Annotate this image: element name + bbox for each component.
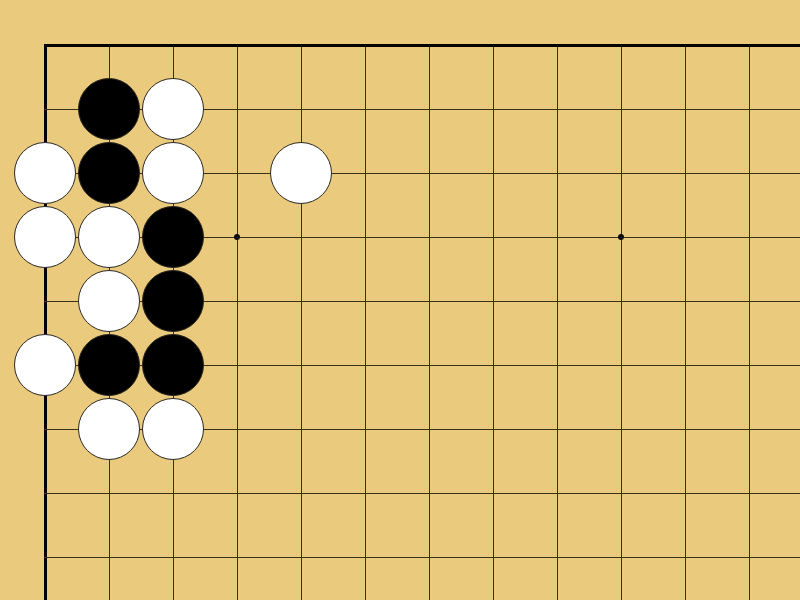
board-intersections bbox=[13, 13, 781, 589]
board-point[interactable] bbox=[141, 397, 205, 461]
board-point[interactable] bbox=[589, 525, 653, 589]
board-point[interactable] bbox=[141, 525, 205, 589]
board-point[interactable] bbox=[461, 141, 525, 205]
board-point[interactable] bbox=[397, 397, 461, 461]
board-point[interactable] bbox=[77, 461, 141, 525]
board-point[interactable] bbox=[525, 141, 589, 205]
board-point[interactable] bbox=[397, 13, 461, 77]
board-point[interactable] bbox=[333, 141, 397, 205]
board-point[interactable] bbox=[717, 333, 781, 397]
white-stone[interactable] bbox=[142, 398, 204, 460]
board-point[interactable] bbox=[589, 205, 653, 269]
board-point[interactable] bbox=[333, 525, 397, 589]
white-stone[interactable] bbox=[78, 270, 140, 332]
board-point[interactable] bbox=[269, 77, 333, 141]
board-point[interactable] bbox=[397, 461, 461, 525]
board-point[interactable] bbox=[461, 333, 525, 397]
board-point[interactable] bbox=[397, 77, 461, 141]
white-stone[interactable] bbox=[142, 142, 204, 204]
board-point[interactable] bbox=[333, 461, 397, 525]
board-point[interactable] bbox=[525, 525, 589, 589]
board-point[interactable] bbox=[77, 77, 141, 141]
board-point[interactable] bbox=[589, 13, 653, 77]
board-point[interactable] bbox=[205, 13, 269, 77]
board-point[interactable] bbox=[269, 397, 333, 461]
board-point[interactable] bbox=[333, 13, 397, 77]
board-point[interactable] bbox=[525, 269, 589, 333]
board-point[interactable] bbox=[205, 525, 269, 589]
board-point[interactable] bbox=[269, 141, 333, 205]
board-point[interactable] bbox=[77, 141, 141, 205]
board-point[interactable] bbox=[13, 461, 77, 525]
board-point[interactable] bbox=[653, 141, 717, 205]
board-point[interactable] bbox=[77, 397, 141, 461]
board-point[interactable] bbox=[269, 525, 333, 589]
board-point[interactable] bbox=[717, 461, 781, 525]
board-point[interactable] bbox=[525, 333, 589, 397]
board-point[interactable] bbox=[333, 269, 397, 333]
board-point[interactable] bbox=[653, 269, 717, 333]
black-stone[interactable] bbox=[78, 78, 140, 140]
board-point[interactable] bbox=[461, 13, 525, 77]
black-stone[interactable] bbox=[78, 334, 140, 396]
board-point[interactable] bbox=[141, 205, 205, 269]
board-point[interactable] bbox=[653, 333, 717, 397]
board-point[interactable] bbox=[77, 525, 141, 589]
board-point[interactable] bbox=[333, 205, 397, 269]
board-point[interactable] bbox=[13, 77, 77, 141]
board-point[interactable] bbox=[653, 77, 717, 141]
white-stone[interactable] bbox=[270, 142, 332, 204]
board-point[interactable] bbox=[13, 205, 77, 269]
board-point[interactable] bbox=[13, 141, 77, 205]
board-point[interactable] bbox=[717, 269, 781, 333]
board-point[interactable] bbox=[589, 141, 653, 205]
board-point[interactable] bbox=[205, 77, 269, 141]
board-point[interactable] bbox=[141, 13, 205, 77]
board-point[interactable] bbox=[717, 397, 781, 461]
board-point[interactable] bbox=[333, 333, 397, 397]
board-point[interactable] bbox=[461, 269, 525, 333]
white-stone[interactable] bbox=[14, 334, 76, 396]
board-point[interactable] bbox=[77, 269, 141, 333]
board-point[interactable] bbox=[525, 13, 589, 77]
board-point[interactable] bbox=[461, 525, 525, 589]
white-stone[interactable] bbox=[14, 206, 76, 268]
board-point[interactable] bbox=[77, 333, 141, 397]
board-point[interactable] bbox=[13, 333, 77, 397]
board-point[interactable] bbox=[13, 269, 77, 333]
board-point[interactable] bbox=[717, 141, 781, 205]
board-point[interactable] bbox=[141, 461, 205, 525]
board-point[interactable] bbox=[205, 269, 269, 333]
black-stone[interactable] bbox=[142, 206, 204, 268]
board-point[interactable] bbox=[333, 397, 397, 461]
board-point[interactable] bbox=[397, 141, 461, 205]
board-point[interactable] bbox=[525, 77, 589, 141]
board-point[interactable] bbox=[397, 269, 461, 333]
board-point[interactable] bbox=[205, 141, 269, 205]
board-point[interactable] bbox=[141, 333, 205, 397]
board-point[interactable] bbox=[717, 13, 781, 77]
board-point[interactable] bbox=[525, 461, 589, 525]
board-point[interactable] bbox=[205, 333, 269, 397]
board-point[interactable] bbox=[205, 461, 269, 525]
board-point[interactable] bbox=[269, 13, 333, 77]
board-point[interactable] bbox=[13, 525, 77, 589]
board-point[interactable] bbox=[205, 397, 269, 461]
board-point[interactable] bbox=[397, 333, 461, 397]
board-point[interactable] bbox=[589, 269, 653, 333]
board-point[interactable] bbox=[77, 13, 141, 77]
board-point[interactable] bbox=[525, 397, 589, 461]
board-point[interactable] bbox=[653, 397, 717, 461]
board-point[interactable] bbox=[653, 13, 717, 77]
board-point[interactable] bbox=[525, 205, 589, 269]
board-point[interactable] bbox=[269, 205, 333, 269]
board-point[interactable] bbox=[461, 77, 525, 141]
board-point[interactable] bbox=[589, 397, 653, 461]
board-point[interactable] bbox=[269, 269, 333, 333]
board-point[interactable] bbox=[589, 77, 653, 141]
board-point[interactable] bbox=[589, 333, 653, 397]
board-point[interactable] bbox=[717, 205, 781, 269]
board-point[interactable] bbox=[269, 333, 333, 397]
white-stone[interactable] bbox=[78, 206, 140, 268]
board-point[interactable] bbox=[653, 205, 717, 269]
white-stone[interactable] bbox=[142, 78, 204, 140]
black-stone[interactable] bbox=[78, 142, 140, 204]
board-point[interactable] bbox=[141, 269, 205, 333]
board-point[interactable] bbox=[653, 525, 717, 589]
go-board[interactable] bbox=[0, 0, 800, 600]
board-point[interactable] bbox=[141, 141, 205, 205]
board-point[interactable] bbox=[589, 461, 653, 525]
board-point[interactable] bbox=[397, 525, 461, 589]
board-point[interactable] bbox=[717, 77, 781, 141]
board-point[interactable] bbox=[461, 397, 525, 461]
board-point[interactable] bbox=[13, 397, 77, 461]
black-stone[interactable] bbox=[142, 270, 204, 332]
board-point[interactable] bbox=[461, 461, 525, 525]
board-point[interactable] bbox=[461, 205, 525, 269]
board-point[interactable] bbox=[333, 77, 397, 141]
black-stone[interactable] bbox=[142, 334, 204, 396]
board-point[interactable] bbox=[205, 205, 269, 269]
board-point[interactable] bbox=[141, 77, 205, 141]
white-stone[interactable] bbox=[14, 142, 76, 204]
board-point[interactable] bbox=[77, 205, 141, 269]
board-point[interactable] bbox=[269, 461, 333, 525]
white-stone[interactable] bbox=[78, 398, 140, 460]
board-point[interactable] bbox=[717, 525, 781, 589]
board-point[interactable] bbox=[13, 13, 77, 77]
board-point[interactable] bbox=[397, 205, 461, 269]
board-point[interactable] bbox=[653, 461, 717, 525]
